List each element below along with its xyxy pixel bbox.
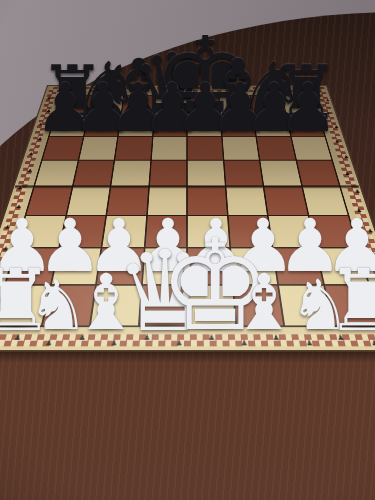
scene: ♟♟♟♟♟♟♟♟♟♟♟♟♟♟♟♟♟♟♟♟♟♟♟♟♟♟♟♟♟♟♟♟♟♟♟♟♟♟♟♟… [0,0,375,500]
piece-white-rook-h1[interactable]: ♜ [325,257,375,343]
pieces-layer: ♜♞♝♛♚♝♞♜♟♟♟♟♟♟♟♟♟♟♟♟♟♟♟♟♜♞♝♛♚♝♞♜ [0,0,375,500]
piece-black-pawn-h7[interactable]: ♟ [278,75,338,142]
